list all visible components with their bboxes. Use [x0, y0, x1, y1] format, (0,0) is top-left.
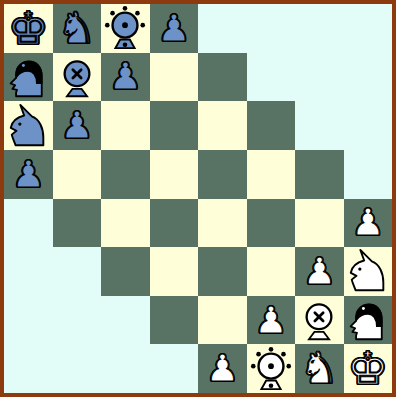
square-d4[interactable]	[150, 199, 199, 248]
white-pawn[interactable]: ♟	[206, 350, 239, 387]
square-a5[interactable]: ♟	[4, 150, 53, 199]
blue-sun-orb[interactable]	[102, 5, 148, 51]
square-c8[interactable]	[101, 4, 150, 53]
square-f4[interactable]	[247, 199, 296, 248]
square-c5[interactable]	[101, 150, 150, 199]
square-f2[interactable]: ♟	[247, 296, 296, 345]
square-a7[interactable]	[4, 53, 53, 102]
offboard-area	[198, 4, 247, 53]
square-e7[interactable]	[198, 53, 247, 102]
offboard-area	[295, 101, 344, 150]
square-f6[interactable]	[247, 101, 296, 150]
offboard-area	[4, 344, 53, 393]
game-window: ♚♞♟♟♟♟♟♟♟♟♞♚	[0, 0, 396, 397]
square-h4[interactable]: ♟	[344, 199, 393, 248]
square-h3[interactable]	[344, 247, 393, 296]
square-h1[interactable]: ♚	[344, 344, 393, 393]
square-e5[interactable]	[198, 150, 247, 199]
blue-pawn[interactable]: ♟	[109, 58, 142, 95]
white-knight[interactable]: ♞	[300, 347, 339, 390]
blue-pawn[interactable]: ♟	[12, 156, 45, 193]
square-b5[interactable]	[53, 150, 102, 199]
square-d5[interactable]	[150, 150, 199, 199]
square-f1[interactable]	[247, 344, 296, 393]
offboard-area	[101, 344, 150, 393]
board: ♚♞♟♟♟♟♟♟♟♟♞♚	[4, 4, 392, 393]
square-a8[interactable]: ♚	[4, 4, 53, 53]
offboard-area	[101, 296, 150, 345]
square-b7[interactable]	[53, 53, 102, 102]
offboard-area	[344, 4, 393, 53]
white-pawn[interactable]: ♟	[303, 253, 336, 290]
offboard-area	[344, 101, 393, 150]
square-h2[interactable]	[344, 296, 393, 345]
offboard-area	[53, 344, 102, 393]
white-unicorn[interactable]	[345, 248, 391, 294]
offboard-area	[295, 53, 344, 102]
offboard-area	[344, 150, 393, 199]
square-c4[interactable]	[101, 199, 150, 248]
offboard-area	[53, 296, 102, 345]
square-g5[interactable]	[295, 150, 344, 199]
white-sun-orb[interactable]	[248, 346, 294, 392]
square-d2[interactable]	[150, 296, 199, 345]
blue-unicorn[interactable]	[5, 103, 51, 149]
square-e4[interactable]	[198, 199, 247, 248]
square-a6[interactable]	[4, 101, 53, 150]
square-d3[interactable]	[150, 247, 199, 296]
square-g1[interactable]: ♞	[295, 344, 344, 393]
square-e6[interactable]	[198, 101, 247, 150]
square-b6[interactable]: ♟	[53, 101, 102, 150]
offboard-area	[53, 247, 102, 296]
square-f3[interactable]	[247, 247, 296, 296]
white-x-orb[interactable]	[297, 298, 341, 342]
blue-knight[interactable]: ♞	[57, 7, 96, 50]
square-d6[interactable]	[150, 101, 199, 150]
offboard-area	[4, 247, 53, 296]
offboard-area	[4, 296, 53, 345]
square-d7[interactable]	[150, 53, 199, 102]
square-g2[interactable]	[295, 296, 344, 345]
offboard-area	[295, 4, 344, 53]
square-b8[interactable]: ♞	[53, 4, 102, 53]
square-b4[interactable]	[53, 199, 102, 248]
white-king[interactable]: ♚	[348, 346, 388, 391]
offboard-area	[150, 344, 199, 393]
square-g3[interactable]: ♟	[295, 247, 344, 296]
blue-king[interactable]: ♚	[8, 6, 48, 51]
square-e2[interactable]	[198, 296, 247, 345]
white-pawn[interactable]: ♟	[351, 204, 384, 241]
square-g4[interactable]	[295, 199, 344, 248]
white-mann[interactable]	[346, 298, 390, 342]
square-c3[interactable]	[101, 247, 150, 296]
blue-x-orb[interactable]	[55, 55, 99, 99]
square-d8[interactable]: ♟	[150, 4, 199, 53]
offboard-area	[4, 199, 53, 248]
offboard-area	[247, 53, 296, 102]
square-c6[interactable]	[101, 101, 150, 150]
white-pawn[interactable]: ♟	[254, 302, 287, 339]
square-f5[interactable]	[247, 150, 296, 199]
square-e3[interactable]	[198, 247, 247, 296]
blue-mann[interactable]	[6, 55, 50, 99]
offboard-area	[247, 4, 296, 53]
square-e1[interactable]: ♟	[198, 344, 247, 393]
square-c7[interactable]: ♟	[101, 53, 150, 102]
blue-pawn[interactable]: ♟	[157, 10, 190, 47]
offboard-area	[344, 53, 393, 102]
blue-pawn[interactable]: ♟	[60, 107, 93, 144]
